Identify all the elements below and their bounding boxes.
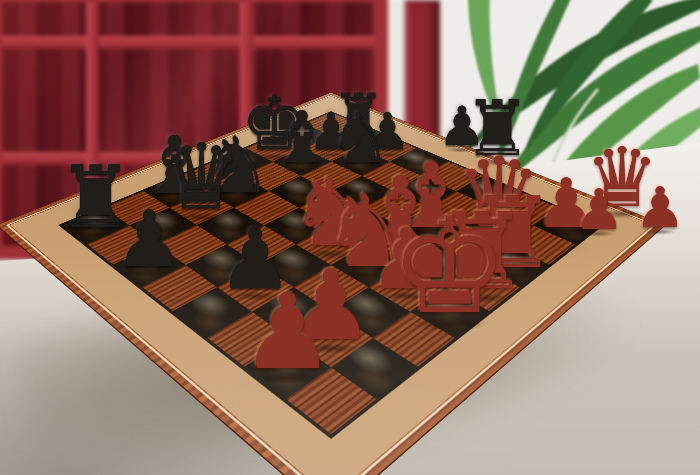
black-pawn-a6[interactable]: ♟	[115, 201, 185, 279]
pawn-glyph: ♟	[574, 182, 624, 238]
cabinet-frame-bar	[2, 36, 374, 49]
pawn-glyph: ♟	[635, 180, 685, 236]
captured-red-pawn[interactable]: ♟	[574, 182, 624, 238]
pawn-glyph: ♟	[115, 201, 185, 279]
captured-red-pawn[interactable]: ♟	[635, 180, 685, 236]
red-king-d1[interactable]: ♚	[390, 201, 508, 333]
red-pawn-a2[interactable]: ♟	[241, 279, 335, 384]
photo-scene: { "game": "chess", "description": "Overh…	[0, 0, 700, 475]
king-glyph: ♚	[390, 201, 508, 333]
pawn-glyph: ♟	[241, 279, 335, 384]
